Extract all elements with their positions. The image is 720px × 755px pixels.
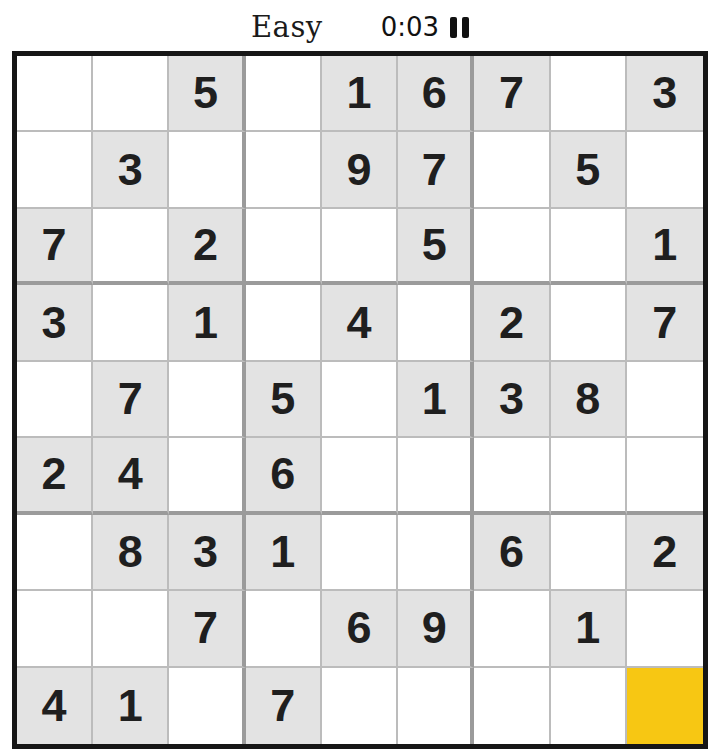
cell-r9c3[interactable] bbox=[169, 668, 245, 744]
cell-r9c4[interactable]: 7 bbox=[246, 668, 322, 744]
game-header: Easy 0:03 bbox=[0, 0, 720, 50]
cell-r5c8[interactable]: 8 bbox=[551, 362, 627, 438]
cell-r7c6[interactable] bbox=[398, 515, 474, 591]
cell-r6c3[interactable] bbox=[169, 438, 245, 514]
cell-r4c9[interactable]: 7 bbox=[627, 285, 703, 361]
cell-r4c2[interactable] bbox=[93, 285, 169, 361]
cell-r5c2[interactable]: 7 bbox=[93, 362, 169, 438]
cell-r7c4[interactable]: 1 bbox=[246, 515, 322, 591]
cell-r3c8[interactable] bbox=[551, 209, 627, 285]
cell-r9c5[interactable] bbox=[322, 668, 398, 744]
cell-r7c3[interactable]: 3 bbox=[169, 515, 245, 591]
cell-r2c6[interactable]: 7 bbox=[398, 132, 474, 208]
cell-r2c1[interactable] bbox=[17, 132, 93, 208]
cell-r7c7[interactable]: 6 bbox=[474, 515, 550, 591]
cell-r1c2[interactable] bbox=[93, 56, 169, 132]
cell-r6c6[interactable] bbox=[398, 438, 474, 514]
cell-r7c1[interactable] bbox=[17, 515, 93, 591]
cell-r6c8[interactable] bbox=[551, 438, 627, 514]
cell-r4c4[interactable] bbox=[246, 285, 322, 361]
cell-r8c3[interactable]: 7 bbox=[169, 591, 245, 667]
cell-r7c8[interactable] bbox=[551, 515, 627, 591]
cell-r3c2[interactable] bbox=[93, 209, 169, 285]
cell-r8c5[interactable]: 6 bbox=[322, 591, 398, 667]
cell-r5c1[interactable] bbox=[17, 362, 93, 438]
cell-r4c7[interactable]: 2 bbox=[474, 285, 550, 361]
cell-r6c4[interactable]: 6 bbox=[246, 438, 322, 514]
cell-r1c7[interactable]: 7 bbox=[474, 56, 550, 132]
cell-r7c5[interactable] bbox=[322, 515, 398, 591]
timer-label: 0:03 bbox=[381, 12, 439, 42]
cell-r5c6[interactable]: 1 bbox=[398, 362, 474, 438]
cell-r1c8[interactable] bbox=[551, 56, 627, 132]
cell-r8c9[interactable] bbox=[627, 591, 703, 667]
cell-r5c5[interactable] bbox=[322, 362, 398, 438]
cell-r9c6[interactable] bbox=[398, 668, 474, 744]
pause-icon bbox=[450, 17, 457, 38]
cell-r9c1[interactable]: 4 bbox=[17, 668, 93, 744]
cell-r4c1[interactable]: 3 bbox=[17, 285, 93, 361]
timer-group: 0:03 bbox=[381, 12, 469, 42]
cell-r2c7[interactable] bbox=[474, 132, 550, 208]
pause-icon bbox=[462, 17, 469, 38]
difficulty-label: Easy bbox=[251, 10, 323, 44]
cell-r4c5[interactable]: 4 bbox=[322, 285, 398, 361]
cell-r2c2[interactable]: 3 bbox=[93, 132, 169, 208]
cell-r3c6[interactable]: 5 bbox=[398, 209, 474, 285]
cell-r1c4[interactable] bbox=[246, 56, 322, 132]
cell-r8c4[interactable] bbox=[246, 591, 322, 667]
cell-r9c8[interactable] bbox=[551, 668, 627, 744]
cell-r4c8[interactable] bbox=[551, 285, 627, 361]
cell-r1c5[interactable]: 1 bbox=[322, 56, 398, 132]
cell-r3c1[interactable]: 7 bbox=[17, 209, 93, 285]
cell-r5c4[interactable]: 5 bbox=[246, 362, 322, 438]
cell-r2c5[interactable]: 9 bbox=[322, 132, 398, 208]
sudoku-board: 51673397572513142775138246831627691417 bbox=[12, 51, 708, 749]
cell-r7c2[interactable]: 8 bbox=[93, 515, 169, 591]
cell-r5c3[interactable] bbox=[169, 362, 245, 438]
cell-r4c3[interactable]: 1 bbox=[169, 285, 245, 361]
cell-r8c1[interactable] bbox=[17, 591, 93, 667]
cell-r7c9[interactable]: 2 bbox=[627, 515, 703, 591]
cell-r6c2[interactable]: 4 bbox=[93, 438, 169, 514]
cell-r2c8[interactable]: 5 bbox=[551, 132, 627, 208]
cell-r9c7[interactable] bbox=[474, 668, 550, 744]
cell-r1c1[interactable] bbox=[17, 56, 93, 132]
cell-r8c2[interactable] bbox=[93, 591, 169, 667]
cell-r2c4[interactable] bbox=[246, 132, 322, 208]
cell-r2c3[interactable] bbox=[169, 132, 245, 208]
cell-r1c3[interactable]: 5 bbox=[169, 56, 245, 132]
cell-r6c9[interactable] bbox=[627, 438, 703, 514]
cell-r8c8[interactable]: 1 bbox=[551, 591, 627, 667]
cell-r6c7[interactable] bbox=[474, 438, 550, 514]
cell-r6c1[interactable]: 2 bbox=[17, 438, 93, 514]
cell-r9c9[interactable] bbox=[627, 668, 703, 744]
cell-r3c9[interactable]: 1 bbox=[627, 209, 703, 285]
cell-r3c5[interactable] bbox=[322, 209, 398, 285]
cell-r5c9[interactable] bbox=[627, 362, 703, 438]
cell-r8c6[interactable]: 9 bbox=[398, 591, 474, 667]
cell-r5c7[interactable]: 3 bbox=[474, 362, 550, 438]
cell-r3c4[interactable] bbox=[246, 209, 322, 285]
cell-r3c3[interactable]: 2 bbox=[169, 209, 245, 285]
cell-r9c2[interactable]: 1 bbox=[93, 668, 169, 744]
cell-r3c7[interactable] bbox=[474, 209, 550, 285]
cell-r8c7[interactable] bbox=[474, 591, 550, 667]
cell-r1c6[interactable]: 6 bbox=[398, 56, 474, 132]
cell-r1c9[interactable]: 3 bbox=[627, 56, 703, 132]
cell-r2c9[interactable] bbox=[627, 132, 703, 208]
cell-r4c6[interactable] bbox=[398, 285, 474, 361]
cell-r6c5[interactable] bbox=[322, 438, 398, 514]
pause-button[interactable] bbox=[450, 17, 469, 38]
